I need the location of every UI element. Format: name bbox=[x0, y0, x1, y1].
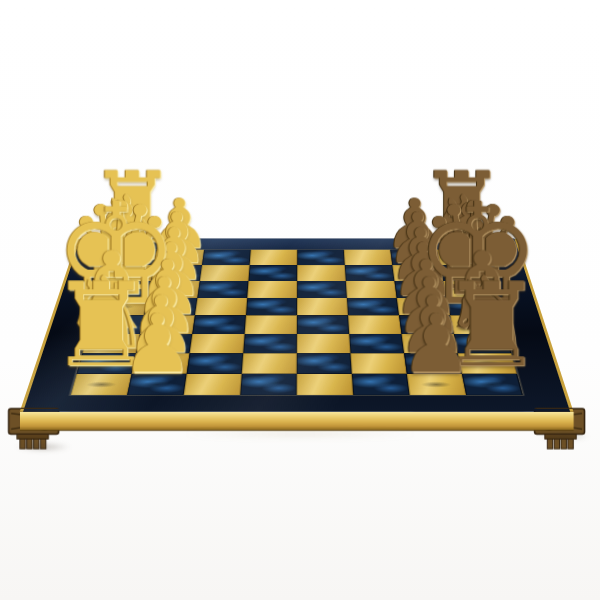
white-pawn[interactable]: ♟ bbox=[64, 303, 251, 384]
chess-board: ♜♟♟♜♞♟♟♞♝♟♟♝♛♟♟♛♚♟♟♚♝♟♟♝♞♟♟♞♜♜♟♟♟♟♜♜ bbox=[20, 238, 574, 411]
playing-area: ♜♟♟♜♞♟♟♞♝♟♟♝♛♟♟♛♚♟♟♚♝♟♟♝♞♟♟♞♜♜♟♟♟♟♜♜ bbox=[71, 250, 523, 395]
square-h7[interactable]: ♟♟ bbox=[407, 374, 466, 395]
black-pawn[interactable]: ♟ bbox=[343, 303, 530, 384]
board-scene: ♜♟♟♜♞♟♟♞♝♟♟♝♛♟♟♛♚♟♟♚♝♟♟♝♞♟♟♞♜♜♟♟♟♟♜♜ bbox=[0, 0, 600, 600]
photo-background: ♜♟♟♜♞♟♟♞♝♟♟♝♛♟♟♛♚♟♟♚♝♟♟♝♞♟♟♞♜♜♟♟♟♟♜♜ bbox=[0, 0, 600, 600]
board-front-edge bbox=[20, 412, 574, 431]
square-h2[interactable]: ♟♟ bbox=[127, 374, 187, 395]
board-row: ♜♜♟♟♟♟♜♜ bbox=[71, 374, 523, 395]
